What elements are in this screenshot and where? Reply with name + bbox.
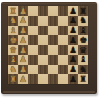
square-a6[interactable] <box>58 74 68 84</box>
square-d3[interactable] <box>28 45 38 55</box>
piece-bP[interactable]: ♟ <box>69 45 77 54</box>
square-a2[interactable]: ♟ <box>18 74 28 84</box>
piece-wP[interactable]: ♟ <box>19 36 27 45</box>
piece-wP[interactable]: ♟ <box>19 16 27 25</box>
piece-bB[interactable]: ♝ <box>79 55 87 64</box>
piece-wK[interactable]: ♚ <box>9 36 17 45</box>
piece-bB[interactable]: ♝ <box>79 26 87 35</box>
piece-bR[interactable]: ♜ <box>79 75 87 84</box>
piece-wB[interactable]: ♝ <box>9 26 17 35</box>
square-e3[interactable] <box>28 35 38 45</box>
piece-bK[interactable]: ♚ <box>79 36 87 45</box>
square-a3[interactable] <box>28 74 38 84</box>
piece-bN[interactable]: ♞ <box>79 65 87 74</box>
piece-bP[interactable]: ♟ <box>69 16 77 25</box>
square-e4[interactable] <box>38 35 48 45</box>
square-b4[interactable] <box>38 65 48 75</box>
square-h4[interactable] <box>38 6 48 16</box>
square-c5[interactable] <box>48 55 58 65</box>
piece-bP[interactable]: ♟ <box>69 36 77 45</box>
square-g3[interactable] <box>28 16 38 26</box>
piece-wB[interactable]: ♝ <box>9 55 17 64</box>
piece-wP[interactable]: ♟ <box>19 45 27 54</box>
square-h6[interactable] <box>58 6 68 16</box>
square-h5[interactable] <box>48 6 58 16</box>
photo-background: ♜♟♟♜♞♟♟♞♝♟♟♝♚♟♟♚♛♟♟♛♝♟♟♝♞♟♟♞♜♟♟♜ <box>0 0 100 100</box>
piece-wP[interactable]: ♟ <box>19 26 27 35</box>
piece-bP[interactable]: ♟ <box>69 75 77 84</box>
piece-bR[interactable]: ♜ <box>79 6 87 15</box>
piece-bQ[interactable]: ♛ <box>79 45 87 54</box>
square-d5[interactable] <box>48 45 58 55</box>
square-g6[interactable] <box>58 16 68 26</box>
square-f4[interactable] <box>38 26 48 36</box>
square-c3[interactable] <box>28 55 38 65</box>
piece-bP[interactable]: ♟ <box>69 26 77 35</box>
piece-wP[interactable]: ♟ <box>19 6 27 15</box>
square-g5[interactable] <box>48 16 58 26</box>
piece-wP[interactable]: ♟ <box>19 55 27 64</box>
piece-bP[interactable]: ♟ <box>69 65 77 74</box>
square-a1[interactable]: ♜ <box>8 74 18 84</box>
piece-bP[interactable]: ♟ <box>69 6 77 15</box>
piece-bP[interactable]: ♟ <box>69 55 77 64</box>
piece-wN[interactable]: ♞ <box>9 65 17 74</box>
square-a5[interactable] <box>48 74 58 84</box>
square-f5[interactable] <box>48 26 58 36</box>
square-c6[interactable] <box>58 55 68 65</box>
square-d6[interactable] <box>58 45 68 55</box>
square-e5[interactable] <box>48 35 58 45</box>
square-h3[interactable] <box>28 6 38 16</box>
piece-wP[interactable]: ♟ <box>19 75 27 84</box>
piece-wP[interactable]: ♟ <box>19 65 27 74</box>
square-b6[interactable] <box>58 65 68 75</box>
chess-board-frame: ♜♟♟♜♞♟♟♞♝♟♟♝♚♟♟♚♛♟♟♛♝♟♟♝♞♟♟♞♜♟♟♜ <box>1 2 97 94</box>
square-b5[interactable] <box>48 65 58 75</box>
piece-wR[interactable]: ♜ <box>9 6 17 15</box>
piece-wR[interactable]: ♜ <box>9 75 17 84</box>
square-a4[interactable] <box>38 74 48 84</box>
square-g4[interactable] <box>38 16 48 26</box>
piece-wN[interactable]: ♞ <box>9 16 17 25</box>
chess-board: ♜♟♟♜♞♟♟♞♝♟♟♝♚♟♟♚♛♟♟♛♝♟♟♝♞♟♟♞♜♟♟♜ <box>8 6 88 84</box>
square-a8[interactable]: ♜ <box>78 74 88 84</box>
square-f6[interactable] <box>58 26 68 36</box>
square-b3[interactable] <box>28 65 38 75</box>
square-e6[interactable] <box>58 35 68 45</box>
square-d4[interactable] <box>38 45 48 55</box>
square-f3[interactable] <box>28 26 38 36</box>
piece-wQ[interactable]: ♛ <box>9 45 17 54</box>
square-c4[interactable] <box>38 55 48 65</box>
piece-bN[interactable]: ♞ <box>79 16 87 25</box>
square-a7[interactable]: ♟ <box>68 74 78 84</box>
